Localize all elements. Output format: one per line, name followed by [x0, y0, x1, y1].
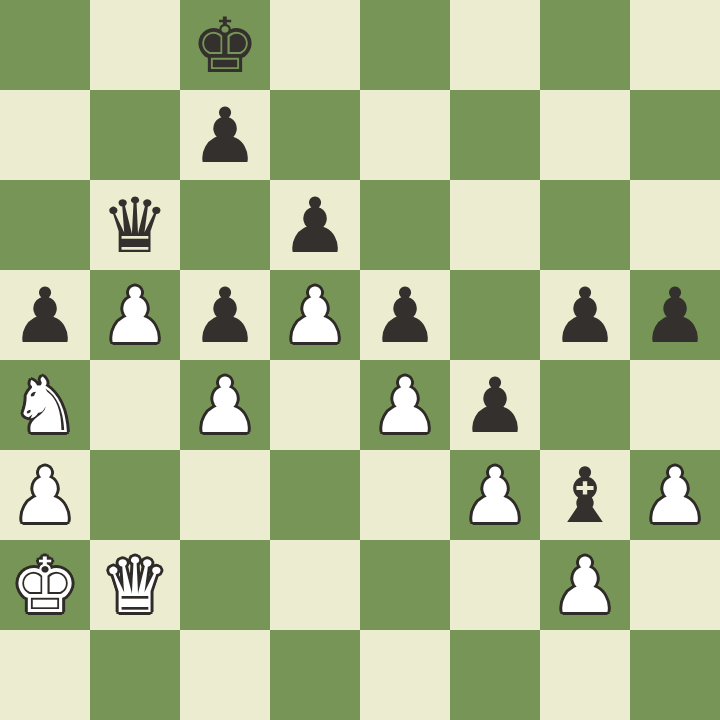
square-c1[interactable] — [180, 630, 270, 720]
square-f1[interactable] — [450, 630, 540, 720]
piece-black-pawn[interactable]: ♟ — [551, 271, 619, 360]
square-c6[interactable] — [180, 180, 270, 270]
square-e2[interactable] — [360, 540, 450, 630]
square-g2[interactable]: ♟ — [540, 540, 630, 630]
square-c7[interactable]: ♟ — [180, 90, 270, 180]
square-e5[interactable]: ♟ — [360, 270, 450, 360]
square-e7[interactable] — [360, 90, 450, 180]
square-c2[interactable] — [180, 540, 270, 630]
piece-white-pawn[interactable]: ♟ — [551, 541, 619, 630]
square-c4[interactable]: ♟ — [180, 360, 270, 450]
square-b4[interactable] — [90, 360, 180, 450]
piece-white-pawn[interactable]: ♟ — [641, 451, 709, 540]
square-g5[interactable]: ♟ — [540, 270, 630, 360]
square-c8[interactable]: ♚ — [180, 0, 270, 90]
square-e6[interactable] — [360, 180, 450, 270]
square-g6[interactable] — [540, 180, 630, 270]
square-g4[interactable] — [540, 360, 630, 450]
piece-black-pawn[interactable]: ♟ — [461, 361, 529, 450]
piece-black-pawn[interactable]: ♟ — [371, 271, 439, 360]
square-b2[interactable]: ♛ — [90, 540, 180, 630]
square-e4[interactable]: ♟ — [360, 360, 450, 450]
square-d1[interactable] — [270, 630, 360, 720]
piece-black-pawn[interactable]: ♟ — [281, 181, 349, 270]
square-a7[interactable] — [0, 90, 90, 180]
square-b1[interactable] — [90, 630, 180, 720]
square-g3[interactable]: ♝ — [540, 450, 630, 540]
square-f6[interactable] — [450, 180, 540, 270]
square-f2[interactable] — [450, 540, 540, 630]
square-d3[interactable] — [270, 450, 360, 540]
square-h6[interactable] — [630, 180, 720, 270]
piece-white-pawn[interactable]: ♟ — [371, 361, 439, 450]
piece-white-king[interactable]: ♚ — [11, 541, 79, 630]
square-d6[interactable]: ♟ — [270, 180, 360, 270]
square-h1[interactable] — [630, 630, 720, 720]
piece-white-pawn[interactable]: ♟ — [101, 271, 169, 360]
square-f3[interactable]: ♟ — [450, 450, 540, 540]
square-d5[interactable]: ♟ — [270, 270, 360, 360]
square-c5[interactable]: ♟ — [180, 270, 270, 360]
square-b5[interactable]: ♟ — [90, 270, 180, 360]
square-a4[interactable]: ♞ — [0, 360, 90, 450]
square-g7[interactable] — [540, 90, 630, 180]
piece-black-pawn[interactable]: ♟ — [11, 271, 79, 360]
piece-black-pawn[interactable]: ♟ — [191, 271, 259, 360]
square-a6[interactable] — [0, 180, 90, 270]
piece-black-queen[interactable]: ♛ — [101, 181, 169, 270]
square-g1[interactable] — [540, 630, 630, 720]
square-b3[interactable] — [90, 450, 180, 540]
square-d8[interactable] — [270, 0, 360, 90]
square-a8[interactable] — [0, 0, 90, 90]
square-a3[interactable]: ♟ — [0, 450, 90, 540]
piece-white-knight[interactable]: ♞ — [11, 361, 79, 450]
square-h7[interactable] — [630, 90, 720, 180]
square-d4[interactable] — [270, 360, 360, 450]
piece-black-pawn[interactable]: ♟ — [191, 91, 259, 180]
piece-white-pawn[interactable]: ♟ — [191, 361, 259, 450]
square-h3[interactable]: ♟ — [630, 450, 720, 540]
piece-white-pawn[interactable]: ♟ — [461, 451, 529, 540]
square-e8[interactable] — [360, 0, 450, 90]
square-a2[interactable]: ♚ — [0, 540, 90, 630]
piece-black-pawn[interactable]: ♟ — [641, 271, 709, 360]
square-a1[interactable] — [0, 630, 90, 720]
piece-white-pawn[interactable]: ♟ — [281, 271, 349, 360]
square-d7[interactable] — [270, 90, 360, 180]
square-f7[interactable] — [450, 90, 540, 180]
square-c3[interactable] — [180, 450, 270, 540]
square-h4[interactable] — [630, 360, 720, 450]
piece-black-bishop[interactable]: ♝ — [551, 451, 619, 540]
square-f8[interactable] — [450, 0, 540, 90]
square-h8[interactable] — [630, 0, 720, 90]
chess-board: ♚♟♛♟♟♟♟♟♟♟♟♞♟♟♟♟♟♝♟♚♛♟ — [0, 0, 720, 720]
square-a5[interactable]: ♟ — [0, 270, 90, 360]
square-g8[interactable] — [540, 0, 630, 90]
square-d2[interactable] — [270, 540, 360, 630]
piece-white-pawn[interactable]: ♟ — [11, 451, 79, 540]
square-b8[interactable] — [90, 0, 180, 90]
square-b7[interactable] — [90, 90, 180, 180]
square-h5[interactable]: ♟ — [630, 270, 720, 360]
square-e1[interactable] — [360, 630, 450, 720]
piece-black-king[interactable]: ♚ — [191, 1, 259, 90]
square-f4[interactable]: ♟ — [450, 360, 540, 450]
piece-white-queen[interactable]: ♛ — [101, 541, 169, 630]
square-f5[interactable] — [450, 270, 540, 360]
square-b6[interactable]: ♛ — [90, 180, 180, 270]
square-h2[interactable] — [630, 540, 720, 630]
square-e3[interactable] — [360, 450, 450, 540]
